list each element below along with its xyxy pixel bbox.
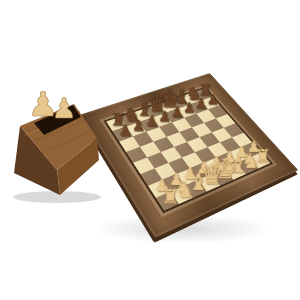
storage-box: ♟ ♟ [0, 73, 118, 205]
white-pawn-by-box-2: ♟ [51, 92, 76, 125]
product-photo-chess-set: ♜♞♝♛♚♝♞♜♟♟♟♟♟♟♟♟♟♟♟♟♟♟♟♟♜♞♝♛♚♝♞♜ ♟ ♟ [0, 0, 300, 300]
